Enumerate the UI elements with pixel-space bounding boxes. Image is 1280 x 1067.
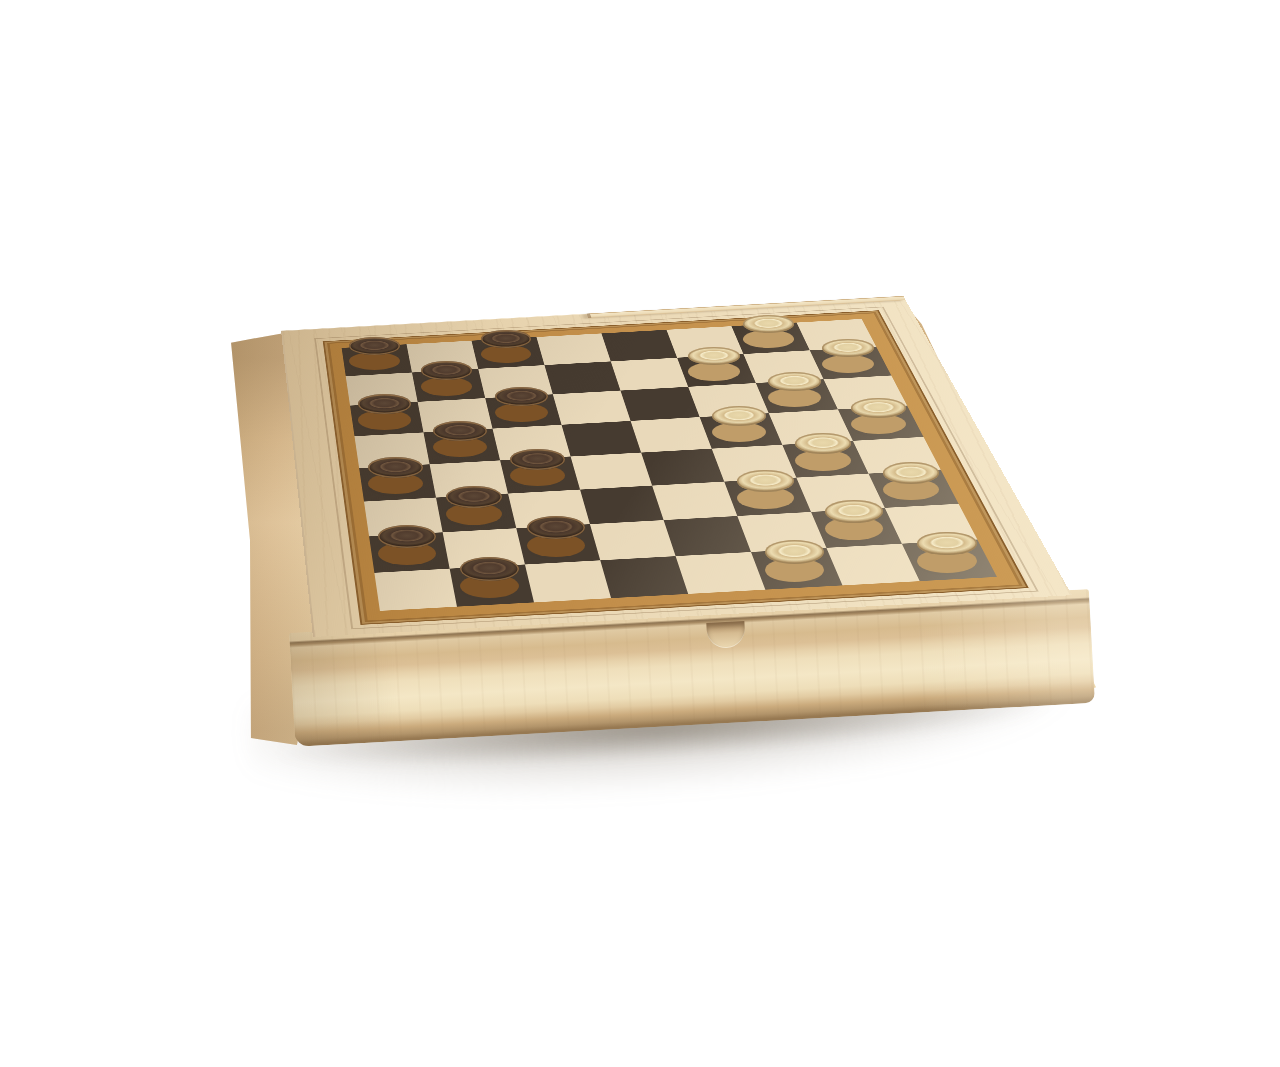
board-square-r2c5 <box>611 358 688 391</box>
box-lid-top <box>281 296 1072 637</box>
board-square-r6c4 <box>580 486 664 525</box>
board-square-r2c3 <box>478 365 553 398</box>
board-square-r4c4 <box>562 421 642 457</box>
board-square-r1c1 <box>342 344 412 376</box>
board-square-r8c2 <box>450 564 534 606</box>
board-square-r6c1 <box>364 498 443 537</box>
board-square-r7c2 <box>443 528 525 568</box>
board-square-r2c6 <box>677 354 756 387</box>
board-square-r7c5 <box>664 516 751 556</box>
board-square-r8c3 <box>525 560 611 602</box>
board-square-r5c5 <box>641 449 724 486</box>
board-square-r8c1 <box>374 569 457 611</box>
board-square-r3c6 <box>688 383 769 417</box>
board-square-r4c3 <box>492 425 570 461</box>
board-square-r4c1 <box>354 432 429 468</box>
board-square-r8c5 <box>676 552 766 594</box>
board-square-r5c2 <box>430 460 508 497</box>
board-square-r3c1 <box>350 402 423 436</box>
board-square-r5c4 <box>571 453 653 490</box>
board-square-r2c4 <box>544 361 620 394</box>
board-square-r5c6 <box>712 445 797 482</box>
board-square-r5c3 <box>500 456 580 493</box>
board-square-r3c2 <box>418 398 493 432</box>
board-square-r4c6 <box>700 413 783 448</box>
board-square-r2c8 <box>810 347 892 380</box>
board-square-r1c6 <box>666 326 743 358</box>
board-square-r7c3 <box>516 524 600 564</box>
board-square-r3c3 <box>485 394 561 428</box>
checkers-box-photo <box>0 0 1280 1067</box>
board-square-r1c3 <box>471 337 544 369</box>
board-square-r7c4 <box>590 520 676 560</box>
board-square-r1c8 <box>797 319 877 350</box>
board-square-r3c5 <box>620 387 699 421</box>
board-square-r7c1 <box>369 532 450 572</box>
board-square-r1c5 <box>601 330 677 362</box>
board-square-r8c4 <box>600 556 688 598</box>
board-square-r2c1 <box>346 372 418 405</box>
board-square-r2c2 <box>412 369 485 402</box>
board-square-r4c2 <box>423 429 500 465</box>
board-square-r4c5 <box>631 417 712 452</box>
board-square-r3c4 <box>553 391 631 425</box>
board-square-r6c5 <box>652 482 737 520</box>
board-square-r5c1 <box>359 464 436 501</box>
board-square-r1c4 <box>536 333 610 365</box>
board-square-r1c2 <box>407 341 479 373</box>
board-square-r6c2 <box>436 494 516 533</box>
board-square-r6c3 <box>508 490 590 529</box>
